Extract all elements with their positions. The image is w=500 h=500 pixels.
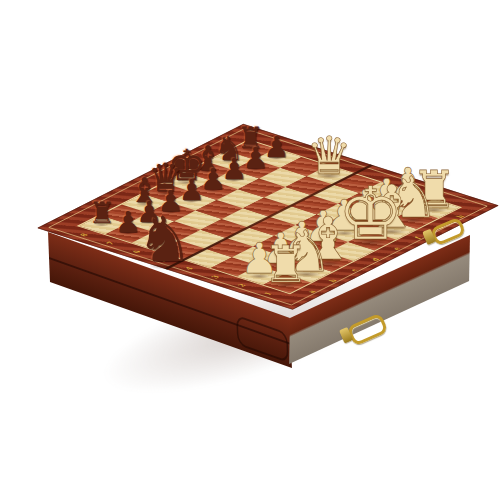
- piece-white-rook: ♜: [263, 239, 309, 290]
- piece-black-knight: ♞: [136, 209, 192, 272]
- product-photo-stage: 12345678abcdefgh ♜♝♛♚♝♞♜♟♟♟♟♟♟♟♟♞♛♟♟♟♟♟♟…: [0, 0, 500, 500]
- pieces-layer: ♜♝♛♚♝♞♜♟♟♟♟♟♟♟♟♞♛♟♟♟♟♟♟♟♟♜♞♝♚♝♞♜: [0, 0, 500, 500]
- piece-black-rook: ♜: [88, 199, 115, 229]
